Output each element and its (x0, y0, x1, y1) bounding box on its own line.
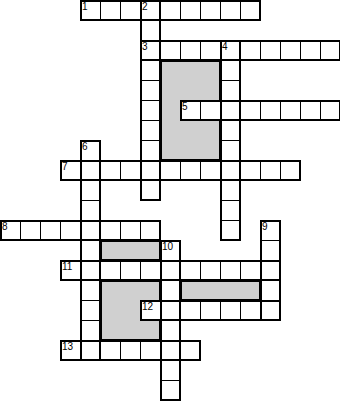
cell-r0c5[interactable] (100, 0, 121, 21)
cell-r13c6[interactable] (120, 260, 141, 281)
cell-r8c7[interactable] (140, 160, 161, 181)
cell-r11c7[interactable] (140, 220, 161, 241)
cell-r13c7[interactable] (140, 260, 161, 281)
cell-r7c7[interactable] (140, 140, 161, 161)
cell-r5c15[interactable] (300, 100, 321, 121)
cell-r17c7[interactable] (140, 340, 161, 361)
cell-r13c12[interactable] (240, 260, 261, 281)
cell-r11c0[interactable] (0, 220, 21, 241)
cell-r0c8[interactable] (160, 0, 181, 21)
cell-r2c10[interactable] (200, 40, 221, 61)
cell-r17c4[interactable] (80, 340, 101, 361)
cell-r1c7[interactable] (140, 20, 161, 41)
cell-r10c11[interactable] (220, 200, 241, 221)
cell-r9c7[interactable] (140, 180, 161, 201)
cell-r8c3[interactable] (60, 160, 81, 181)
cell-r0c6[interactable] (120, 0, 141, 21)
cell-r15c8[interactable] (160, 300, 181, 321)
cell-r5c12[interactable] (240, 100, 261, 121)
cell-r5c10[interactable] (200, 100, 221, 121)
cell-r17c8[interactable] (160, 340, 181, 361)
cell-r9c4[interactable] (80, 180, 101, 201)
cell-r11c3[interactable] (60, 220, 81, 241)
cell-r11c13[interactable] (260, 220, 281, 241)
cell-r8c11[interactable] (220, 160, 241, 181)
cell-r10c4[interactable] (80, 200, 101, 221)
shaded-region-2 (100, 240, 161, 261)
cell-r14c8[interactable] (160, 280, 181, 301)
cell-r5c16[interactable] (320, 100, 340, 121)
cell-r8c10[interactable] (200, 160, 221, 181)
cell-r11c1[interactable] (20, 220, 41, 241)
cell-r8c5[interactable] (100, 160, 121, 181)
cell-r11c5[interactable] (100, 220, 121, 241)
cell-r7c4[interactable] (80, 140, 101, 161)
cell-r0c4[interactable] (80, 0, 101, 21)
cell-r5c11[interactable] (220, 100, 241, 121)
cell-r2c15[interactable] (300, 40, 321, 61)
cell-r0c12[interactable] (240, 0, 261, 21)
cell-r13c9[interactable] (180, 260, 201, 281)
cell-r17c9[interactable] (180, 340, 201, 361)
cell-r11c4[interactable] (80, 220, 101, 241)
cell-r8c14[interactable] (280, 160, 301, 181)
cell-r2c12[interactable] (240, 40, 261, 61)
cell-r13c8[interactable] (160, 260, 181, 281)
cell-r3c11[interactable] (220, 60, 241, 81)
cell-r14c4[interactable] (80, 280, 101, 301)
cell-r19c8[interactable] (160, 380, 181, 401)
cell-r12c4[interactable] (80, 240, 101, 261)
cell-r3c7[interactable] (140, 60, 161, 81)
cell-r6c11[interactable] (220, 120, 241, 141)
cell-r9c11[interactable] (220, 180, 241, 201)
cell-r2c16[interactable] (320, 40, 340, 61)
cell-r13c5[interactable] (100, 260, 121, 281)
cell-r8c8[interactable] (160, 160, 181, 181)
cell-r15c11[interactable] (220, 300, 241, 321)
cell-r2c11[interactable] (220, 40, 241, 61)
cell-r16c8[interactable] (160, 320, 181, 341)
cell-r8c4[interactable] (80, 160, 101, 181)
cell-r11c2[interactable] (40, 220, 61, 241)
cell-r5c7[interactable] (140, 100, 161, 121)
cell-r8c9[interactable] (180, 160, 201, 181)
cell-r11c6[interactable] (120, 220, 141, 241)
cell-r18c8[interactable] (160, 360, 181, 381)
cell-r15c10[interactable] (200, 300, 221, 321)
cell-r7c11[interactable] (220, 140, 241, 161)
cell-r0c11[interactable] (220, 0, 241, 21)
cell-r15c13[interactable] (260, 300, 281, 321)
cell-r2c13[interactable] (260, 40, 281, 61)
cell-r13c13[interactable] (260, 260, 281, 281)
cell-r5c14[interactable] (280, 100, 301, 121)
cell-r4c11[interactable] (220, 80, 241, 101)
cell-r16c4[interactable] (80, 320, 101, 341)
shaded-region-4 (180, 280, 261, 301)
cell-r6c7[interactable] (140, 120, 161, 141)
cell-r2c14[interactable] (280, 40, 301, 61)
cell-r13c11[interactable] (220, 260, 241, 281)
cell-r15c4[interactable] (80, 300, 101, 321)
cell-r11c11[interactable] (220, 220, 241, 241)
cell-r2c9[interactable] (180, 40, 201, 61)
cell-r2c7[interactable] (140, 40, 161, 61)
cell-r2c8[interactable] (160, 40, 181, 61)
cell-r13c4[interactable] (80, 260, 101, 281)
cell-r17c5[interactable] (100, 340, 121, 361)
cell-r17c3[interactable] (60, 340, 81, 361)
cell-r0c7[interactable] (140, 0, 161, 21)
cell-r13c10[interactable] (200, 260, 221, 281)
cell-r13c3[interactable] (60, 260, 81, 281)
cell-r5c13[interactable] (260, 100, 281, 121)
cell-r15c7[interactable] (140, 300, 161, 321)
cell-r14c13[interactable] (260, 280, 281, 301)
cell-r8c6[interactable] (120, 160, 141, 181)
cell-r17c6[interactable] (120, 340, 141, 361)
cell-r0c9[interactable] (180, 0, 201, 21)
cell-r15c9[interactable] (180, 300, 201, 321)
crossword-board: 12345678910111213 (0, 0, 340, 401)
cell-r12c13[interactable] (260, 240, 281, 261)
cell-r8c12[interactable] (240, 160, 261, 181)
cell-r15c12[interactable] (240, 300, 261, 321)
cell-r8c13[interactable] (260, 160, 281, 181)
cell-r4c7[interactable] (140, 80, 161, 101)
cell-r0c10[interactable] (200, 0, 221, 21)
cell-r5c9[interactable] (180, 100, 201, 121)
cell-r12c8[interactable] (160, 240, 181, 261)
